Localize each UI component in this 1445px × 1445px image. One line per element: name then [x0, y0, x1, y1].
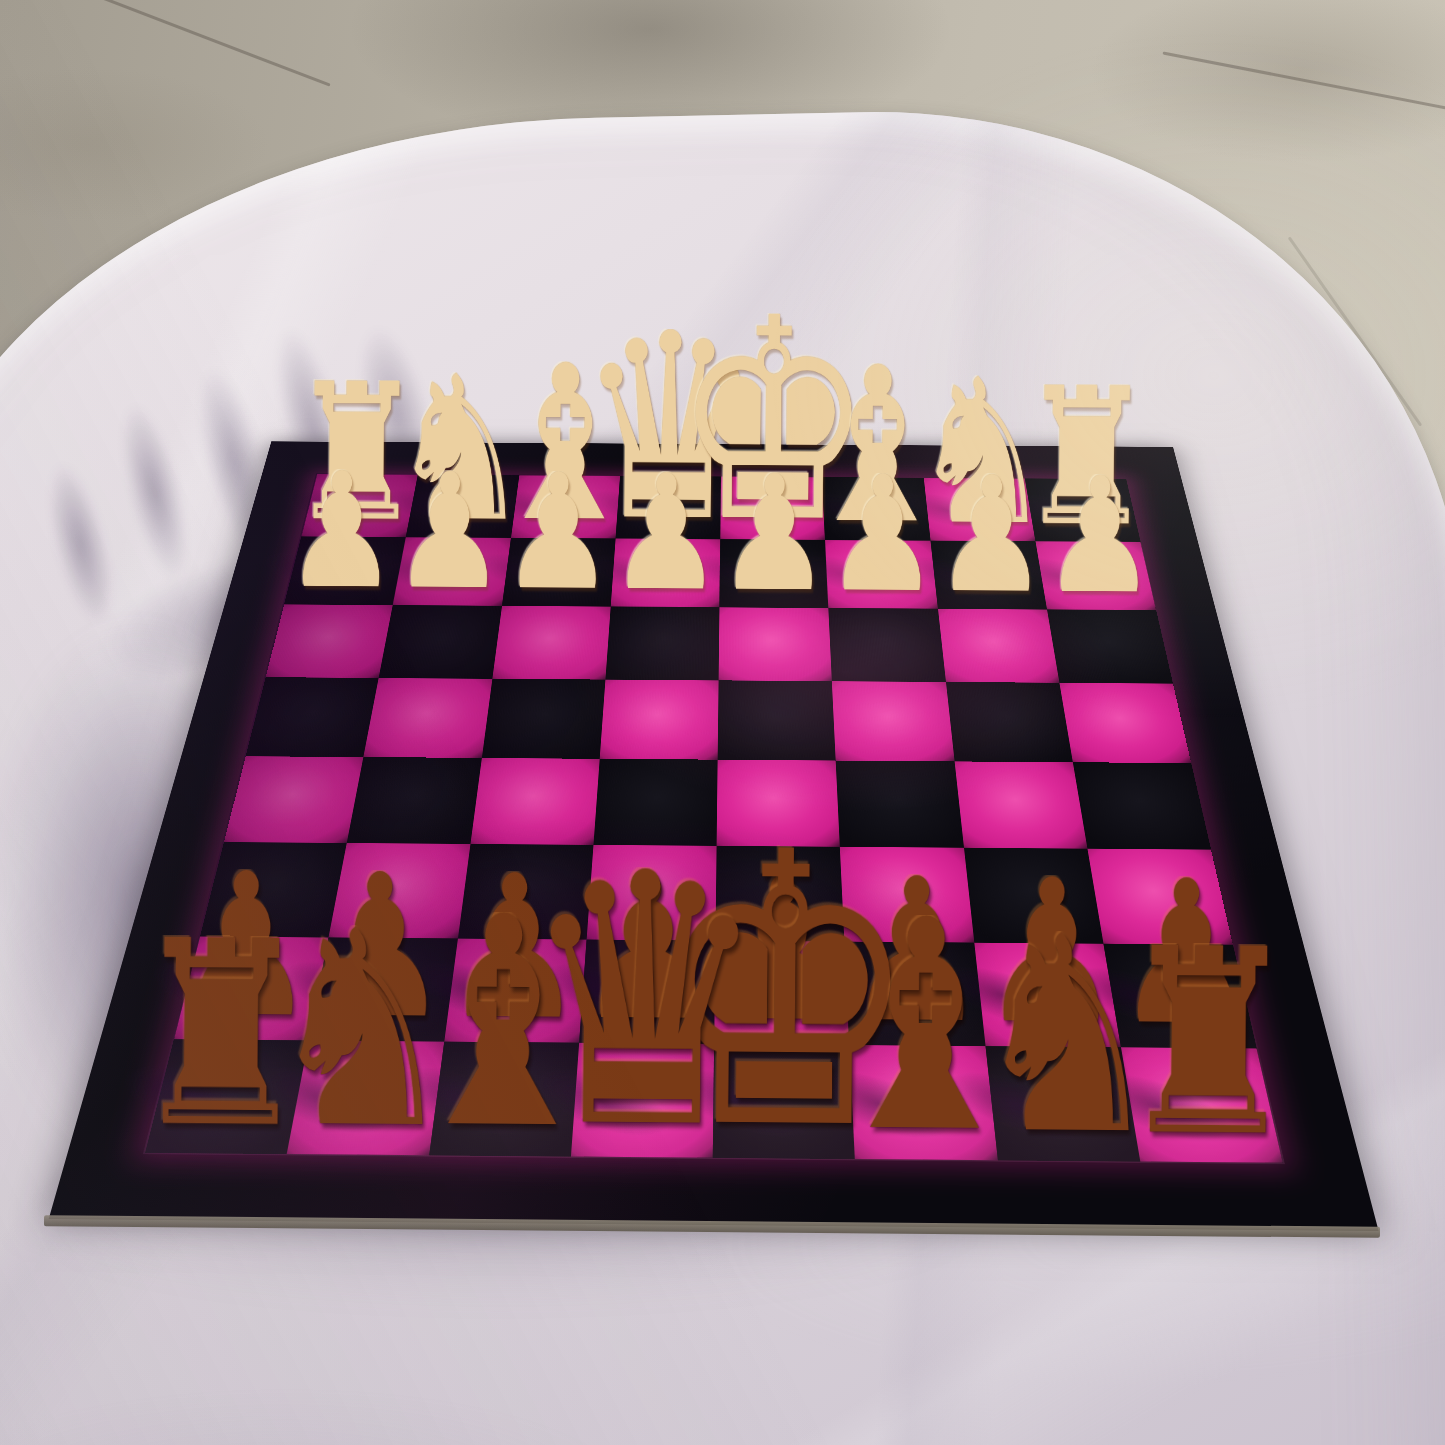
square-d2: ♟ [719, 539, 828, 607]
square-b3 [938, 609, 1060, 683]
white-pawn: ♟ [284, 469, 399, 594]
white-pawn: ♟ [392, 470, 507, 595]
chess-board: ♜♞♝♛♚♝♞♜♟♟♟♟♟♟♟♟♟♟♟♟♟♟♟♟♜♞♝♛♚♝♞♜ [49, 441, 1379, 1231]
square-g4 [364, 678, 492, 758]
black-bishop: ♝ [821, 914, 1031, 1142]
white-pawn: ♟ [1042, 474, 1158, 599]
white-pawn: ♟ [500, 470, 615, 595]
square-e4 [600, 679, 719, 759]
square-e2: ♟ [611, 539, 721, 607]
white-pawn: ♟ [717, 472, 832, 597]
square-e3 [605, 606, 719, 680]
white-pawn: ♟ [933, 473, 1049, 598]
square-a3 [1047, 609, 1173, 683]
square-c3 [828, 608, 945, 682]
square-a4 [1059, 683, 1191, 763]
square-b4 [946, 682, 1073, 762]
square-c8: ♝ [850, 1045, 998, 1160]
square-g2: ♟ [393, 537, 511, 605]
white-pawn: ♟ [825, 472, 940, 597]
board-grid: ♜♞♝♛♚♝♞♜♟♟♟♟♟♟♟♟♟♟♟♟♟♟♟♟♜♞♝♛♚♝♞♜ [145, 474, 1282, 1163]
outdoor-chess-photo: ♜♞♝♛♚♝♞♜♟♟♟♟♟♟♟♟♟♟♟♟♟♟♟♟♜♞♝♛♚♝♞♜ [0, 0, 1445, 1445]
black-bishop: ♝ [398, 911, 607, 1138]
square-g3 [379, 605, 502, 679]
square-h4 [246, 677, 379, 757]
square-c2: ♟ [825, 540, 937, 608]
square-h2: ♟ [284, 537, 406, 605]
square-h3 [266, 604, 393, 678]
black-rook: ♜ [129, 935, 313, 1135]
square-f2: ♟ [502, 538, 616, 606]
square-f4 [481, 679, 605, 759]
square-a2: ♟ [1035, 541, 1156, 610]
square-a8: ♜ [1121, 1047, 1283, 1163]
square-d4 [718, 680, 836, 760]
black-rook: ♜ [1116, 943, 1302, 1144]
square-b2: ♟ [930, 541, 1047, 610]
square-f8: ♝ [429, 1041, 579, 1156]
board-panel: ♜♞♝♛♚♝♞♜♟♟♟♟♟♟♟♟♟♟♟♟♟♟♟♟♜♞♝♛♚♝♞♜ [49, 441, 1379, 1231]
square-d3 [719, 607, 832, 681]
white-pawn: ♟ [608, 471, 723, 596]
square-f3 [492, 606, 611, 680]
square-c4 [832, 681, 954, 761]
square-h8: ♜ [145, 1039, 309, 1154]
